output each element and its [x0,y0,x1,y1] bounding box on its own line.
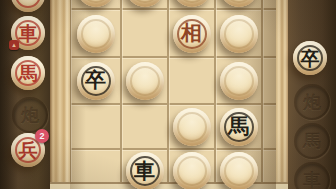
slot-character: 炮 [14,99,46,131]
grid-line-vertical [120,0,122,182]
capture-count-badge: 2 [35,129,49,143]
piece-character: 相 [173,15,211,53]
piece-ring [177,156,207,186]
piece-ring [224,19,254,49]
left-tray-item-0 [11,0,45,12]
piece-ring [177,112,207,142]
left-tray-item-1: 車▲ [11,16,45,50]
piece-ring [130,0,160,3]
board-piece-r2c0-revealed[interactable]: 卒 [77,62,115,100]
board-piece-r2c1-hidden[interactable] [126,62,164,100]
piece-character: 馬 [220,108,258,146]
piece-ring [224,156,254,186]
piece-ring [224,0,254,3]
marker-badge: ▲ [9,40,19,50]
board-frame-left [50,0,70,189]
grid-line-vertical [214,0,216,182]
piece-character: 車 [126,152,164,189]
board-piece-r3c2-hidden[interactable] [173,108,211,146]
slot-character: 馬 [296,125,328,157]
piece-character: 馬 [11,56,45,90]
board-piece-r0c1-hidden[interactable] [126,0,164,7]
piece-character: 卒 [293,41,327,75]
board-piece-r4c1-revealed[interactable]: 車 [126,152,164,189]
piece-ring [81,0,111,3]
board-piece-r3c3-revealed[interactable]: 馬 [220,108,258,146]
piece-ring [15,0,41,8]
left-tray-item-4: 兵2 [11,133,45,167]
right-tray-item-0: 卒 [293,41,327,75]
piece-ring [224,66,254,96]
piece-ring [81,19,111,49]
tray-slot-engraved: 炮 [294,84,330,120]
board-piece-r1c2-revealed[interactable]: 相 [173,15,211,53]
board-piece-r0c2-hidden[interactable] [173,0,211,7]
board-piece-r2c3-hidden[interactable] [220,62,258,100]
piece-ring [177,0,207,3]
board-piece-r1c3-hidden[interactable] [220,15,258,53]
xiangqi-game-screen: 相卒馬車 車▲馬炮兵2 卒炮馬車 [0,0,336,189]
captured-tray-left: 車▲馬炮兵2 [0,0,50,189]
tray-slot-engraved: 馬 [294,123,330,159]
captured-tray-right: 卒炮馬車 [288,0,336,189]
piece-ring [130,66,160,96]
tray-slot-engraved: 炮 [12,97,48,133]
board-piece-r4c3-hidden[interactable] [220,152,258,189]
piece-character: 卒 [77,62,115,100]
tray-slot-engraved: 車 [294,162,330,189]
board-piece-r4c2-hidden[interactable] [173,152,211,189]
grid-line-vertical [167,0,169,182]
slot-character: 車 [296,164,328,189]
slot-character: 炮 [296,86,328,118]
board-piece-r1c0-hidden[interactable] [77,15,115,53]
board: 相卒馬車 [0,0,336,189]
left-tray-item-2: 馬 [11,56,45,90]
